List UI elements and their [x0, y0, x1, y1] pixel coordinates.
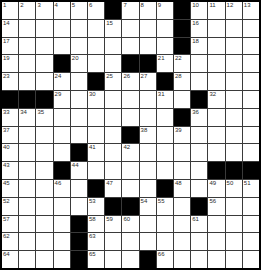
clue-number: 51: [244, 180, 251, 187]
cell-r2c7[interactable]: 15: [105, 20, 121, 37]
clue-number: 20: [72, 55, 79, 62]
cell-r9c1[interactable]: 40: [2, 144, 18, 161]
clue-number: 66: [158, 251, 165, 258]
clue-number: 14: [3, 20, 10, 27]
cell-r2c4[interactable]: [54, 20, 70, 37]
cell-r13c3[interactable]: [36, 216, 52, 233]
cell-r5c11[interactable]: 28: [174, 73, 190, 90]
cell-r6c11[interactable]: [174, 91, 190, 108]
cell-r8c1[interactable]: 37: [2, 127, 18, 144]
black-square-r15c5: [71, 251, 87, 268]
cell-r4c11[interactable]: 22: [174, 55, 190, 72]
cell-r13c2[interactable]: [19, 216, 35, 233]
clue-number: 61: [192, 216, 199, 223]
cell-r8c10[interactable]: [157, 127, 173, 144]
cell-r7c7[interactable]: [105, 109, 121, 126]
cell-r7c10[interactable]: [157, 109, 173, 126]
black-square-r10c14: [226, 162, 242, 179]
cell-r14c3[interactable]: [36, 233, 52, 250]
cell-r8c14[interactable]: [226, 127, 242, 144]
cell-r6c15[interactable]: [243, 91, 259, 108]
black-square-r11c6: [88, 180, 104, 197]
black-square-r6c3: [36, 91, 52, 108]
cell-r12c5[interactable]: [71, 198, 87, 215]
cell-r9c8[interactable]: 42: [122, 144, 138, 161]
cell-r10c10[interactable]: [157, 162, 173, 179]
cell-r13c11[interactable]: [174, 216, 190, 233]
cell-r13c8[interactable]: 60: [122, 216, 138, 233]
cell-r4c15[interactable]: [243, 55, 259, 72]
cell-r3c10[interactable]: [157, 38, 173, 55]
black-square-r5c10: [157, 73, 173, 90]
clue-number: 58: [89, 216, 96, 223]
cell-r5c3[interactable]: [36, 73, 52, 90]
clue-number: 57: [3, 216, 10, 223]
cell-r15c13[interactable]: [208, 251, 224, 268]
clue-number: 16: [192, 20, 199, 27]
cell-r2c6[interactable]: [88, 20, 104, 37]
cell-r6c14[interactable]: [226, 91, 242, 108]
cell-r1c1[interactable]: 1: [2, 2, 18, 19]
cell-r7c1[interactable]: 33: [2, 109, 18, 126]
cell-r5c15[interactable]: [243, 73, 259, 90]
black-square-r8c8: [122, 127, 138, 144]
cell-r9c12[interactable]: [191, 144, 207, 161]
cell-r12c11[interactable]: [174, 198, 190, 215]
cell-r3c5[interactable]: [71, 38, 87, 55]
cell-r1c15[interactable]: 13: [243, 2, 259, 19]
cell-r12c13[interactable]: 56: [208, 198, 224, 215]
clue-number: 28: [175, 73, 182, 80]
cell-r11c15[interactable]: 51: [243, 180, 259, 197]
cell-r2c10[interactable]: [157, 20, 173, 37]
black-square-r12c8: [122, 198, 138, 215]
cell-r2c15[interactable]: [243, 20, 259, 37]
clue-number: 23: [3, 73, 10, 80]
cell-r10c7[interactable]: [105, 162, 121, 179]
cell-r7c12[interactable]: 36: [191, 109, 207, 126]
cell-r10c6[interactable]: [88, 162, 104, 179]
cell-r6c9[interactable]: [140, 91, 156, 108]
cell-r14c15[interactable]: [243, 233, 259, 250]
clue-number: 24: [55, 73, 62, 80]
cell-r8c9[interactable]: 38: [140, 127, 156, 144]
clue-number: 39: [175, 127, 182, 134]
cell-r12c6[interactable]: 53: [88, 198, 104, 215]
cell-r9c6[interactable]: 41: [88, 144, 104, 161]
cell-r3c4[interactable]: [54, 38, 70, 55]
clue-number: 48: [175, 180, 182, 187]
black-square-r9c5: [71, 144, 87, 161]
cell-r14c14[interactable]: [226, 233, 242, 250]
cell-r13c10[interactable]: [157, 216, 173, 233]
cell-r12c14[interactable]: [226, 198, 242, 215]
cell-r7c6[interactable]: [88, 109, 104, 126]
cell-r7c9[interactable]: [140, 109, 156, 126]
cell-r1c9[interactable]: 8: [140, 2, 156, 19]
cell-r14c10[interactable]: [157, 233, 173, 250]
black-square-r2c11: [174, 20, 190, 37]
cell-r11c3[interactable]: [36, 180, 52, 197]
clue-number: 29: [55, 91, 62, 98]
cell-r14c12[interactable]: [191, 233, 207, 250]
cell-r10c8[interactable]: [122, 162, 138, 179]
cell-r12c2[interactable]: [19, 198, 35, 215]
cell-r1c3[interactable]: 3: [36, 2, 52, 19]
cell-r8c3[interactable]: [36, 127, 52, 144]
cell-r14c13[interactable]: [208, 233, 224, 250]
cell-r9c10[interactable]: [157, 144, 173, 161]
black-square-r15c9: [140, 251, 156, 268]
cell-r9c7[interactable]: [105, 144, 121, 161]
black-square-r5c6: [88, 73, 104, 90]
clue-number: 55: [158, 198, 165, 205]
black-square-r12c12: [191, 198, 207, 215]
cell-r13c14[interactable]: [226, 216, 242, 233]
black-square-r6c1: [2, 91, 18, 108]
cell-r12c1[interactable]: 52: [2, 198, 18, 215]
clue-number: 7: [123, 2, 126, 9]
clue-number: 44: [72, 162, 79, 169]
cell-r4c14[interactable]: [226, 55, 242, 72]
clue-number: 19: [3, 55, 10, 62]
cell-r10c12[interactable]: [191, 162, 207, 179]
cell-r13c9[interactable]: [140, 216, 156, 233]
cell-r2c5[interactable]: [71, 20, 87, 37]
clue-number: 37: [3, 127, 10, 134]
cell-r8c12[interactable]: [191, 127, 207, 144]
clue-number: 1: [3, 2, 6, 9]
cell-r2c2[interactable]: [19, 20, 35, 37]
cell-r8c5[interactable]: [71, 127, 87, 144]
cell-r15c12[interactable]: [191, 251, 207, 268]
cell-r11c2[interactable]: [19, 180, 35, 197]
black-square-r6c12: [191, 91, 207, 108]
cell-r5c12[interactable]: [191, 73, 207, 90]
cell-r11c14[interactable]: 50: [226, 180, 242, 197]
cell-r3c1[interactable]: 17: [2, 38, 18, 55]
black-square-r10c15: [243, 162, 259, 179]
clue-number: 25: [106, 73, 113, 80]
cell-r15c15[interactable]: [243, 251, 259, 268]
cell-r15c6[interactable]: 65: [88, 251, 104, 268]
cell-r3c8[interactable]: [122, 38, 138, 55]
clue-number: 15: [106, 20, 113, 27]
cell-r10c5[interactable]: 44: [71, 162, 87, 179]
clue-number: 46: [55, 180, 62, 187]
cell-r10c2[interactable]: [19, 162, 35, 179]
cell-r13c12[interactable]: 61: [191, 216, 207, 233]
clue-number: 3: [37, 2, 40, 9]
cell-r14c11[interactable]: [174, 233, 190, 250]
cell-r2c13[interactable]: [208, 20, 224, 37]
cell-r10c9[interactable]: [140, 162, 156, 179]
clue-number: 38: [141, 127, 148, 134]
cell-r11c1[interactable]: 45: [2, 180, 18, 197]
cell-r15c10[interactable]: 66: [157, 251, 173, 268]
clue-number: 33: [3, 109, 10, 116]
cell-r2c12[interactable]: 16: [191, 20, 207, 37]
clue-number: 40: [3, 144, 10, 151]
cell-r9c15[interactable]: [243, 144, 259, 161]
cell-r1c10[interactable]: 9: [157, 2, 173, 19]
cell-r4c6[interactable]: [88, 55, 104, 72]
cell-r8c2[interactable]: [19, 127, 35, 144]
black-square-r14c5: [71, 233, 87, 250]
cell-r4c2[interactable]: [19, 55, 35, 72]
black-square-r1c7: [105, 2, 121, 19]
black-square-r3c11: [174, 38, 190, 55]
cell-r8c7[interactable]: [105, 127, 121, 144]
cell-r1c4[interactable]: 4: [54, 2, 70, 19]
clue-number: 21: [158, 55, 165, 62]
cell-r2c3[interactable]: [36, 20, 52, 37]
cell-r13c15[interactable]: [243, 216, 259, 233]
cell-r1c6[interactable]: 6: [88, 2, 104, 19]
cell-r15c14[interactable]: [226, 251, 242, 268]
cell-r15c3[interactable]: [36, 251, 52, 268]
cell-r14c4[interactable]: [54, 233, 70, 250]
cell-r8c15[interactable]: [243, 127, 259, 144]
clue-number: 32: [209, 91, 216, 98]
clue-number: 54: [141, 198, 148, 205]
cell-r3c7[interactable]: [105, 38, 121, 55]
clue-number: 6: [89, 2, 92, 9]
cell-r11c13[interactable]: 49: [208, 180, 224, 197]
cell-r3c9[interactable]: [140, 38, 156, 55]
cell-r10c3[interactable]: [36, 162, 52, 179]
clue-number: 50: [227, 180, 234, 187]
cell-r6c5[interactable]: [71, 91, 87, 108]
black-square-r11c10: [157, 180, 173, 197]
clue-number: 62: [3, 233, 10, 240]
cell-r7c2[interactable]: 34: [19, 109, 35, 126]
cell-r14c6[interactable]: 63: [88, 233, 104, 250]
cell-r13c4[interactable]: [54, 216, 70, 233]
cell-r7c8[interactable]: [122, 109, 138, 126]
clue-number: 42: [123, 144, 130, 151]
clue-number: 60: [123, 216, 130, 223]
clue-number: 11: [209, 2, 215, 9]
clue-number: 59: [106, 216, 113, 223]
cell-r10c11[interactable]: [174, 162, 190, 179]
clue-number: 4: [55, 2, 58, 9]
cell-r6c7[interactable]: [105, 91, 121, 108]
clue-number: 12: [227, 2, 234, 9]
black-square-r4c8: [122, 55, 138, 72]
cell-r1c13[interactable]: 11: [208, 2, 224, 19]
cell-r13c1[interactable]: 57: [2, 216, 18, 233]
cell-r6c13[interactable]: 32: [208, 91, 224, 108]
cell-r11c9[interactable]: [140, 180, 156, 197]
cell-r2c14[interactable]: [226, 20, 242, 37]
black-square-r13c5: [71, 216, 87, 233]
clue-number: 43: [3, 162, 10, 169]
clue-number: 35: [37, 109, 44, 116]
cell-r5c7[interactable]: 25: [105, 73, 121, 90]
cell-r1c5[interactable]: 5: [71, 2, 87, 19]
clue-number: 45: [3, 180, 10, 187]
cell-r9c13[interactable]: [208, 144, 224, 161]
clue-number: 34: [20, 109, 27, 116]
cell-r11c7[interactable]: 47: [105, 180, 121, 197]
clue-number: 9: [158, 2, 161, 9]
cell-r12c15[interactable]: [243, 198, 259, 215]
cell-r11c5[interactable]: [71, 180, 87, 197]
cell-r8c6[interactable]: [88, 127, 104, 144]
clue-number: 8: [141, 2, 144, 9]
cell-r8c11[interactable]: 39: [174, 127, 190, 144]
black-square-r12c7: [105, 198, 121, 215]
clue-number: 5: [72, 2, 75, 9]
clue-number: 53: [89, 198, 96, 205]
cell-r7c14[interactable]: [226, 109, 242, 126]
cell-r13c13[interactable]: [208, 216, 224, 233]
cell-r9c4[interactable]: [54, 144, 70, 161]
cell-r4c10[interactable]: 21: [157, 55, 173, 72]
cell-r15c2[interactable]: [19, 251, 35, 268]
cell-r2c9[interactable]: [140, 20, 156, 37]
clue-number: 47: [106, 180, 113, 187]
cell-r8c4[interactable]: [54, 127, 70, 144]
cell-r9c11[interactable]: [174, 144, 190, 161]
crossword-grid: 1234567891011121314151617181920212223242…: [2, 2, 259, 268]
clue-number: 65: [89, 251, 96, 258]
cell-r15c4[interactable]: [54, 251, 70, 268]
cell-r7c5[interactable]: [71, 109, 87, 126]
cell-r9c3[interactable]: [36, 144, 52, 161]
cell-r12c10[interactable]: 55: [157, 198, 173, 215]
black-square-r10c13: [208, 162, 224, 179]
cell-r5c5[interactable]: [71, 73, 87, 90]
cell-r14c7[interactable]: [105, 233, 121, 250]
cell-r15c1[interactable]: 64: [2, 251, 18, 268]
clue-number: 56: [209, 198, 216, 205]
cell-r14c9[interactable]: [140, 233, 156, 250]
clue-number: 18: [192, 38, 199, 45]
cell-r4c13[interactable]: [208, 55, 224, 72]
clue-number: 52: [3, 198, 10, 205]
clue-number: 49: [209, 180, 216, 187]
cell-r1c8[interactable]: 7: [122, 2, 138, 19]
cell-r5c13[interactable]: [208, 73, 224, 90]
black-square-r10c4: [54, 162, 70, 179]
cell-r1c14[interactable]: 12: [226, 2, 242, 19]
cell-r15c11[interactable]: [174, 251, 190, 268]
cell-r5c2[interactable]: [19, 73, 35, 90]
black-square-r7c11: [174, 109, 190, 126]
cell-r14c2[interactable]: [19, 233, 35, 250]
cell-r4c7[interactable]: [105, 55, 121, 72]
clue-number: 41: [89, 144, 96, 151]
cell-r4c5[interactable]: 20: [71, 55, 87, 72]
cell-r9c2[interactable]: [19, 144, 35, 161]
cell-r3c14[interactable]: [226, 38, 242, 55]
cell-r11c8[interactable]: [122, 180, 138, 197]
crossword-board: 1234567891011121314151617181920212223242…: [0, 0, 261, 270]
cell-r3c6[interactable]: [88, 38, 104, 55]
cell-r11c4[interactable]: 46: [54, 180, 70, 197]
cell-r6c4[interactable]: 29: [54, 91, 70, 108]
cell-r5c4[interactable]: 24: [54, 73, 70, 90]
clue-number: 22: [175, 55, 182, 62]
cell-r12c3[interactable]: [36, 198, 52, 215]
cell-r5c14[interactable]: [226, 73, 242, 90]
cell-r8c13[interactable]: [208, 127, 224, 144]
black-square-r6c2: [19, 91, 35, 108]
clue-number: 63: [89, 233, 96, 240]
cell-r5c9[interactable]: 27: [140, 73, 156, 90]
cell-r7c3[interactable]: 35: [36, 109, 52, 126]
cell-r5c8[interactable]: 26: [122, 73, 138, 90]
cell-r2c1[interactable]: 14: [2, 20, 18, 37]
cell-r7c13[interactable]: [208, 109, 224, 126]
clue-number: 31: [158, 91, 165, 98]
cell-r11c12[interactable]: [191, 180, 207, 197]
black-square-r4c4: [54, 55, 70, 72]
cell-r3c15[interactable]: [243, 38, 259, 55]
cell-r2c8[interactable]: [122, 20, 138, 37]
cell-r3c3[interactable]: [36, 38, 52, 55]
cell-r13c7[interactable]: 59: [105, 216, 121, 233]
cell-r3c12[interactable]: 18: [191, 38, 207, 55]
cell-r7c15[interactable]: [243, 109, 259, 126]
cell-r15c7[interactable]: [105, 251, 121, 268]
cell-r9c14[interactable]: [226, 144, 242, 161]
cell-r12c9[interactable]: 54: [140, 198, 156, 215]
clue-number: 13: [244, 2, 251, 9]
cell-r9c9[interactable]: [140, 144, 156, 161]
cell-r4c1[interactable]: 19: [2, 55, 18, 72]
black-square-r1c11: [174, 2, 190, 19]
clue-number: 2: [20, 2, 23, 9]
clue-number: 26: [123, 73, 130, 80]
cell-r4c12[interactable]: [191, 55, 207, 72]
clue-number: 17: [3, 38, 10, 45]
cell-r1c2[interactable]: 2: [19, 2, 35, 19]
cell-r5c1[interactable]: 23: [2, 73, 18, 90]
cell-r14c8[interactable]: [122, 233, 138, 250]
cell-r7c4[interactable]: [54, 109, 70, 126]
clue-number: 27: [141, 73, 148, 80]
cell-r10c1[interactable]: 43: [2, 162, 18, 179]
cell-r14c1[interactable]: 62: [2, 233, 18, 250]
cell-r4c3[interactable]: [36, 55, 52, 72]
cell-r6c8[interactable]: [122, 91, 138, 108]
cell-r6c6[interactable]: 30: [88, 91, 104, 108]
cell-r6c10[interactable]: 31: [157, 91, 173, 108]
cell-r12c4[interactable]: [54, 198, 70, 215]
clue-number: 30: [89, 91, 96, 98]
cell-r13c6[interactable]: 58: [88, 216, 104, 233]
cell-r3c2[interactable]: [19, 38, 35, 55]
clue-number: 36: [192, 109, 199, 116]
clue-number: 10: [192, 2, 199, 9]
cell-r15c8[interactable]: [122, 251, 138, 268]
black-square-r4c9: [140, 55, 156, 72]
cell-r11c11[interactable]: 48: [174, 180, 190, 197]
clue-number: 64: [3, 251, 10, 258]
cell-r1c12[interactable]: 10: [191, 2, 207, 19]
cell-r3c13[interactable]: [208, 38, 224, 55]
